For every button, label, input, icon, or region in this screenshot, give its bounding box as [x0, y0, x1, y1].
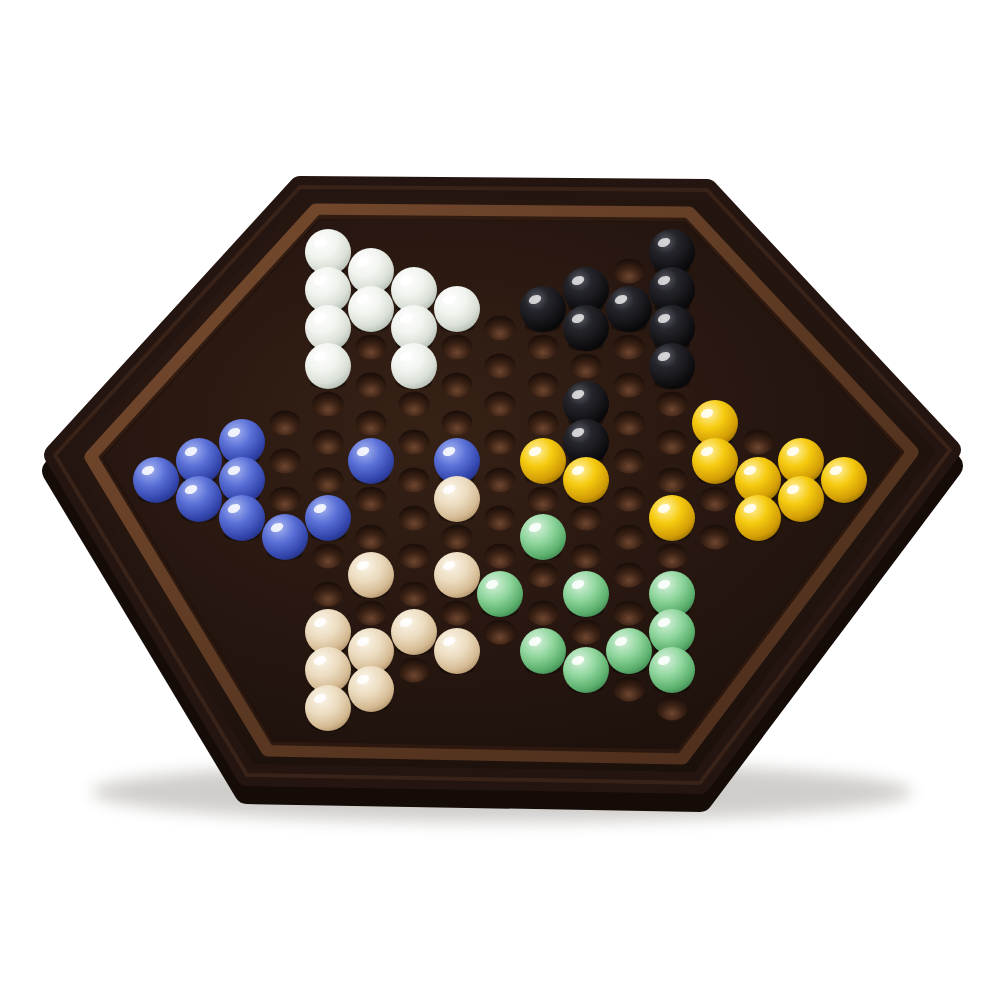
marble-cream[interactable] — [434, 628, 480, 675]
board-hole[interactable] — [356, 373, 387, 398]
board-hole[interactable] — [270, 487, 301, 512]
marble-green[interactable] — [477, 571, 523, 618]
board-hole[interactable] — [313, 544, 344, 569]
marble-blue[interactable] — [176, 476, 222, 523]
marble-green[interactable] — [606, 628, 652, 675]
marble-blue-ball — [133, 457, 179, 503]
board-hole[interactable] — [614, 335, 645, 360]
marble-yellow-ball — [735, 495, 781, 541]
marble-blue[interactable] — [133, 457, 179, 504]
marble-blue-ball — [219, 495, 265, 541]
marble-black[interactable] — [606, 286, 652, 333]
marble-green-ball — [563, 647, 609, 693]
board-hole[interactable] — [399, 544, 430, 569]
marble-black-ball — [520, 286, 566, 332]
marble-black[interactable] — [520, 286, 566, 333]
marble-cream[interactable] — [434, 552, 480, 599]
board-hole[interactable] — [270, 411, 301, 436]
marble-white-ball — [348, 286, 394, 332]
marble-black[interactable] — [649, 343, 695, 390]
marble-green-ball — [520, 514, 566, 560]
board-hole[interactable] — [442, 601, 473, 626]
marble-cream[interactable] — [305, 685, 351, 732]
board-hole[interactable] — [485, 354, 516, 379]
photo-canvas — [0, 0, 1000, 1000]
marble-green[interactable] — [520, 514, 566, 561]
board-hole[interactable] — [614, 601, 645, 626]
board-hole[interactable] — [528, 335, 559, 360]
marble-yellow[interactable] — [520, 438, 566, 485]
marble-green[interactable] — [520, 628, 566, 675]
board-hole[interactable] — [356, 525, 387, 550]
marble-cream-ball — [391, 609, 437, 655]
board-hole[interactable] — [657, 544, 688, 569]
marble-yellow-ball — [563, 457, 609, 503]
marble-cream-ball — [348, 552, 394, 598]
marble-white[interactable] — [348, 286, 394, 333]
marble-yellow-ball — [692, 438, 738, 484]
marble-cream[interactable] — [391, 609, 437, 656]
board-hole[interactable] — [485, 544, 516, 569]
board-hole[interactable] — [614, 259, 645, 284]
marble-yellow[interactable] — [735, 495, 781, 542]
marble-cream[interactable] — [348, 552, 394, 599]
marble-blue-ball — [348, 438, 394, 484]
board-hole[interactable] — [614, 563, 645, 588]
board-hole[interactable] — [528, 411, 559, 436]
board-hole[interactable] — [528, 373, 559, 398]
board-hole[interactable] — [356, 335, 387, 360]
marble-cream-ball — [434, 628, 480, 674]
board-hole[interactable] — [571, 620, 602, 645]
marble-black-ball — [563, 305, 609, 351]
marble-blue-ball — [305, 495, 351, 541]
board-hole[interactable] — [313, 392, 344, 417]
board-hole[interactable] — [614, 677, 645, 702]
board-hole[interactable] — [485, 430, 516, 455]
board-hole[interactable] — [657, 696, 688, 721]
board-hole[interactable] — [614, 525, 645, 550]
board-hole[interactable] — [571, 544, 602, 569]
board-hole[interactable] — [313, 468, 344, 493]
marble-green-ball — [520, 628, 566, 674]
board-hole[interactable] — [528, 487, 559, 512]
board-hole[interactable] — [700, 487, 731, 512]
board-hole[interactable] — [399, 506, 430, 531]
board-hole[interactable] — [614, 373, 645, 398]
board-hole[interactable] — [485, 316, 516, 341]
board-hole[interactable] — [485, 468, 516, 493]
marble-black-ball — [606, 286, 652, 332]
marble-green[interactable] — [563, 571, 609, 618]
marble-green-ball — [606, 628, 652, 674]
board-hole[interactable] — [657, 430, 688, 455]
marble-yellow-ball — [821, 457, 867, 503]
marble-green[interactable] — [649, 647, 695, 694]
marble-green-ball — [563, 571, 609, 617]
board-hole[interactable] — [442, 525, 473, 550]
marble-white-ball — [305, 343, 351, 389]
marble-yellow[interactable] — [821, 457, 867, 504]
board-hole[interactable] — [356, 601, 387, 626]
marble-yellow[interactable] — [649, 495, 695, 542]
marble-cream[interactable] — [434, 476, 480, 523]
marble-white[interactable] — [305, 343, 351, 390]
board-hole[interactable] — [485, 506, 516, 531]
board-hole[interactable] — [356, 487, 387, 512]
board-hole[interactable] — [270, 449, 301, 474]
board-hole[interactable] — [399, 658, 430, 683]
marble-blue-ball — [176, 476, 222, 522]
board-hole[interactable] — [485, 620, 516, 645]
marble-white-ball — [391, 343, 437, 389]
chinese-checkers-board — [0, 0, 1000, 1000]
board-hole[interactable] — [442, 335, 473, 360]
marble-green-ball — [649, 647, 695, 693]
board-hole[interactable] — [399, 392, 430, 417]
board-hole[interactable] — [614, 411, 645, 436]
board-hole[interactable] — [485, 392, 516, 417]
marble-yellow-ball — [649, 495, 695, 541]
marble-yellow-ball — [778, 476, 824, 522]
marble-blue[interactable] — [262, 514, 308, 561]
marble-blue[interactable] — [305, 495, 351, 542]
marble-green[interactable] — [563, 647, 609, 694]
board-hole[interactable] — [657, 468, 688, 493]
board-hole[interactable] — [442, 411, 473, 436]
board-hole[interactable] — [571, 506, 602, 531]
marble-cream-ball — [348, 666, 394, 712]
marble-blue[interactable] — [219, 495, 265, 542]
marble-white[interactable] — [434, 286, 480, 333]
board-hole[interactable] — [399, 582, 430, 607]
board-hole[interactable] — [313, 582, 344, 607]
marble-cream-ball — [434, 476, 480, 522]
marble-yellow-ball — [520, 438, 566, 484]
marble-white[interactable] — [391, 343, 437, 390]
board-hole[interactable] — [571, 354, 602, 379]
board-hole[interactable] — [313, 430, 344, 455]
marble-black[interactable] — [563, 305, 609, 352]
marble-cream[interactable] — [348, 666, 394, 713]
marble-cream-ball — [434, 552, 480, 598]
board-hole[interactable] — [614, 449, 645, 474]
board-hole[interactable] — [399, 468, 430, 493]
board-hole[interactable] — [700, 525, 731, 550]
marble-yellow[interactable] — [778, 476, 824, 523]
marble-white-ball — [434, 286, 480, 332]
board-hole[interactable] — [528, 563, 559, 588]
marble-cream-ball — [305, 685, 351, 731]
board-hole[interactable] — [657, 392, 688, 417]
board-hole[interactable] — [442, 373, 473, 398]
board-hole[interactable] — [528, 601, 559, 626]
marble-blue-ball — [262, 514, 308, 560]
marble-black-ball — [649, 343, 695, 389]
marble-blue[interactable] — [348, 438, 394, 485]
marble-green-ball — [477, 571, 523, 617]
board-hole[interactable] — [614, 487, 645, 512]
board-hole[interactable] — [743, 430, 774, 455]
board-hole[interactable] — [399, 430, 430, 455]
board-hole[interactable] — [356, 411, 387, 436]
marble-yellow[interactable] — [692, 438, 738, 485]
marble-yellow[interactable] — [563, 457, 609, 504]
